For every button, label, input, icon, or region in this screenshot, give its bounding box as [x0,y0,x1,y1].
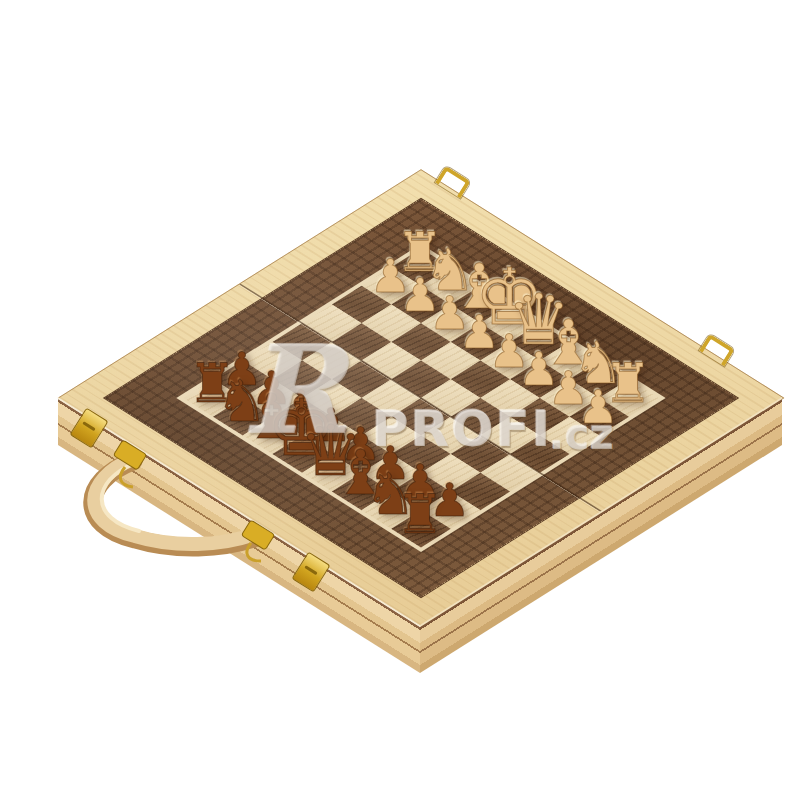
dark-pawn: ♟ [259,384,343,430]
white-rook: ♜ [378,226,462,280]
white-king: ♚ [467,258,551,336]
white-knight: ♞ [408,241,492,299]
white-pawn: ♟ [437,309,521,355]
dark-pawn: ♟ [289,402,373,448]
dark-rook: ♜ [378,488,462,542]
white-bishop: ♝ [437,256,521,318]
dark-bishop: ♝ [230,386,314,448]
dark-pawn: ♟ [378,458,462,504]
white-pawn: ♟ [556,384,640,430]
dark-queen: ♛ [289,416,373,486]
white-pawn: ♟ [348,253,432,299]
dark-rook: ♜ [170,357,254,411]
white-pawn: ♟ [378,272,462,318]
dark-pawn: ♟ [230,365,314,411]
dark-pawn: ♟ [408,477,492,523]
dark-knight: ♞ [200,372,284,430]
pieces-layer: ♜♞♝♚♛♝♞♜♟♟♟♟♟♟♟♟♟♟♟♟♟♟♟♟♜♞♝♚♛♝♞♜ [0,0,800,800]
white-pawn: ♟ [408,290,492,336]
dark-pawn: ♟ [348,440,432,486]
white-rook: ♜ [586,357,670,411]
white-pawn: ♟ [467,328,551,374]
white-pawn: ♟ [526,365,610,411]
white-knight: ♞ [556,334,640,392]
product-photo: ♜♞♝♚♛♝♞♜♟♟♟♟♟♟♟♟♟♟♟♟♟♟♟♟♜♞♝♚♛♝♞♜ R PROFI… [0,0,800,800]
dark-pawn: ♟ [319,421,403,467]
white-queen: ♛ [497,285,581,355]
white-bishop: ♝ [526,312,610,374]
dark-knight: ♞ [348,465,432,523]
dark-king: ♚ [259,389,343,467]
dark-bishop: ♝ [319,442,403,504]
dark-pawn: ♟ [200,346,284,392]
white-pawn: ♟ [497,346,581,392]
